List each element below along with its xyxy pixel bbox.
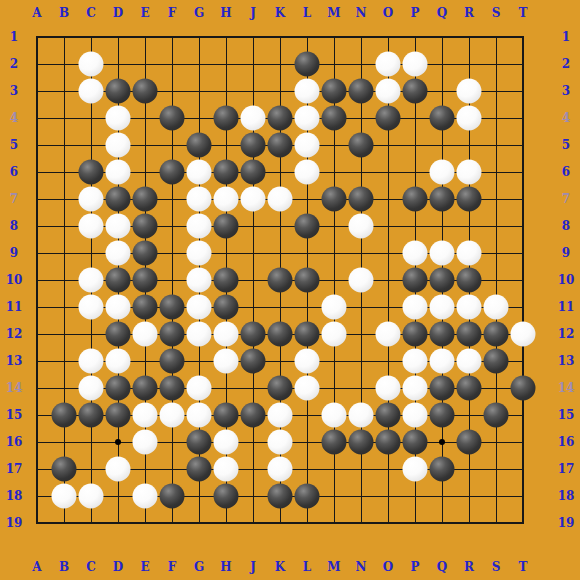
row-label-left-17: 17 (6, 463, 23, 475)
column-label-top-T: T (519, 7, 528, 19)
white-stone-Q6 (430, 160, 455, 185)
white-stone-J4 (241, 106, 266, 131)
black-stone-Q14 (430, 376, 455, 401)
white-stone-C8 (79, 214, 104, 239)
black-stone-C6 (79, 160, 104, 185)
black-stone-P10 (403, 268, 428, 293)
black-stone-R7 (457, 187, 482, 212)
row-label-left-11: 11 (6, 301, 23, 313)
black-stone-F18 (160, 484, 185, 509)
row-label-right-1: 1 (562, 31, 570, 43)
white-stone-P2 (403, 52, 428, 77)
white-stone-R6 (457, 160, 482, 185)
column-label-bottom-J: J (250, 561, 256, 573)
black-stone-P3 (403, 79, 428, 104)
black-stone-R14 (457, 376, 482, 401)
row-label-left-14: 14 (6, 382, 23, 394)
white-stone-G7 (187, 187, 212, 212)
white-stone-R13 (457, 349, 482, 374)
column-label-bottom-A: A (32, 561, 41, 573)
black-stone-R16 (457, 430, 482, 455)
black-stone-L10 (295, 268, 320, 293)
white-stone-J7 (241, 187, 266, 212)
white-stone-O3 (376, 79, 401, 104)
black-stone-O16 (376, 430, 401, 455)
black-stone-P16 (403, 430, 428, 455)
black-stone-R10 (457, 268, 482, 293)
white-stone-P13 (403, 349, 428, 374)
black-stone-F6 (160, 160, 185, 185)
black-stone-K18 (268, 484, 293, 509)
white-stone-K17 (268, 457, 293, 482)
black-stone-K10 (268, 268, 293, 293)
row-label-left-18: 18 (6, 490, 23, 502)
black-stone-R12 (457, 322, 482, 347)
white-stone-E15 (133, 403, 158, 428)
black-stone-L12 (295, 322, 320, 347)
black-stone-K14 (268, 376, 293, 401)
black-stone-H11 (214, 295, 239, 320)
black-stone-L18 (295, 484, 320, 509)
white-stone-E16 (133, 430, 158, 455)
black-stone-H18 (214, 484, 239, 509)
black-stone-K5 (268, 133, 293, 158)
white-stone-C7 (79, 187, 104, 212)
row-label-left-12: 12 (6, 328, 23, 340)
row-label-right-6: 6 (562, 166, 570, 178)
white-stone-D8 (106, 214, 131, 239)
row-label-right-8: 8 (562, 220, 570, 232)
black-stone-E11 (133, 295, 158, 320)
white-stone-N15 (349, 403, 374, 428)
column-label-bottom-C: C (86, 561, 96, 573)
white-stone-D17 (106, 457, 131, 482)
go-board[interactable]: AABBCCDDEEFFGGHHJJKKLLMMNNOOPPQQRRSSTT11… (0, 0, 580, 580)
column-label-bottom-M: M (327, 561, 340, 573)
white-stone-H16 (214, 430, 239, 455)
column-label-top-P: P (410, 7, 419, 19)
row-label-right-18: 18 (558, 490, 575, 502)
white-stone-L3 (295, 79, 320, 104)
white-stone-G11 (187, 295, 212, 320)
column-label-bottom-G: G (194, 561, 204, 573)
white-stone-L4 (295, 106, 320, 131)
black-stone-H6 (214, 160, 239, 185)
column-label-top-D: D (113, 7, 123, 19)
white-stone-G12 (187, 322, 212, 347)
black-stone-K12 (268, 322, 293, 347)
row-label-right-15: 15 (558, 409, 575, 421)
black-stone-Q15 (430, 403, 455, 428)
column-label-bottom-Q: Q (437, 561, 447, 573)
white-stone-D11 (106, 295, 131, 320)
column-label-top-A: A (32, 7, 41, 19)
black-stone-Q10 (430, 268, 455, 293)
row-label-right-17: 17 (558, 463, 575, 475)
white-stone-S11 (484, 295, 509, 320)
white-stone-P15 (403, 403, 428, 428)
black-stone-H4 (214, 106, 239, 131)
white-stone-O14 (376, 376, 401, 401)
row-label-right-2: 2 (562, 58, 570, 70)
black-stone-S13 (484, 349, 509, 374)
white-stone-G8 (187, 214, 212, 239)
row-label-left-10: 10 (6, 274, 23, 286)
white-stone-C3 (79, 79, 104, 104)
row-label-right-14: 14 (558, 382, 575, 394)
black-stone-N5 (349, 133, 374, 158)
black-stone-H15 (214, 403, 239, 428)
white-stone-H13 (214, 349, 239, 374)
white-stone-O2 (376, 52, 401, 77)
row-label-right-10: 10 (558, 274, 575, 286)
black-stone-L8 (295, 214, 320, 239)
row-label-left-16: 16 (6, 436, 23, 448)
row-label-right-7: 7 (562, 193, 570, 205)
white-stone-E18 (133, 484, 158, 509)
white-stone-P17 (403, 457, 428, 482)
black-stone-E14 (133, 376, 158, 401)
white-stone-K16 (268, 430, 293, 455)
white-stone-P9 (403, 241, 428, 266)
white-stone-Q9 (430, 241, 455, 266)
column-label-bottom-R: R (464, 561, 474, 573)
black-stone-G5 (187, 133, 212, 158)
column-label-bottom-N: N (356, 561, 367, 573)
black-stone-Q12 (430, 322, 455, 347)
white-stone-R3 (457, 79, 482, 104)
white-stone-P11 (403, 295, 428, 320)
white-stone-L6 (295, 160, 320, 185)
black-stone-F12 (160, 322, 185, 347)
white-stone-D9 (106, 241, 131, 266)
black-stone-H10 (214, 268, 239, 293)
column-label-top-E: E (140, 7, 149, 19)
black-stone-M4 (322, 106, 347, 131)
black-stone-M3 (322, 79, 347, 104)
column-label-bottom-K: K (275, 561, 285, 573)
row-label-left-15: 15 (6, 409, 23, 421)
hoshi-dot (115, 439, 121, 445)
black-stone-F4 (160, 106, 185, 131)
white-stone-N8 (349, 214, 374, 239)
column-label-bottom-O: O (383, 561, 393, 573)
white-stone-C2 (79, 52, 104, 77)
column-label-top-B: B (59, 7, 69, 19)
white-stone-C10 (79, 268, 104, 293)
black-stone-J6 (241, 160, 266, 185)
white-stone-G9 (187, 241, 212, 266)
black-stone-K4 (268, 106, 293, 131)
white-stone-Q11 (430, 295, 455, 320)
row-label-right-3: 3 (562, 85, 570, 97)
row-label-left-5: 5 (10, 139, 18, 151)
white-stone-M12 (322, 322, 347, 347)
white-stone-D13 (106, 349, 131, 374)
white-stone-K15 (268, 403, 293, 428)
column-label-top-C: C (86, 7, 96, 19)
column-label-bottom-S: S (492, 561, 501, 573)
row-label-left-2: 2 (10, 58, 18, 70)
black-stone-Q7 (430, 187, 455, 212)
black-stone-Q4 (430, 106, 455, 131)
white-stone-C18 (79, 484, 104, 509)
black-stone-B15 (52, 403, 77, 428)
white-stone-D5 (106, 133, 131, 158)
black-stone-H8 (214, 214, 239, 239)
white-stone-Q13 (430, 349, 455, 374)
row-label-left-13: 13 (6, 355, 23, 367)
black-stone-S15 (484, 403, 509, 428)
column-label-top-L: L (303, 7, 311, 19)
row-label-right-12: 12 (558, 328, 575, 340)
black-stone-P7 (403, 187, 428, 212)
black-stone-G17 (187, 457, 212, 482)
row-label-left-19: 19 (6, 517, 23, 529)
black-stone-O15 (376, 403, 401, 428)
white-stone-L14 (295, 376, 320, 401)
row-label-left-9: 9 (10, 247, 18, 259)
column-label-top-J: J (250, 7, 256, 19)
black-stone-E7 (133, 187, 158, 212)
column-label-top-S: S (492, 7, 501, 19)
white-stone-H7 (214, 187, 239, 212)
row-label-right-9: 9 (562, 247, 570, 259)
white-stone-G14 (187, 376, 212, 401)
black-stone-D7 (106, 187, 131, 212)
column-label-top-N: N (356, 7, 367, 19)
black-stone-L2 (295, 52, 320, 77)
column-label-bottom-L: L (303, 561, 311, 573)
black-stone-N3 (349, 79, 374, 104)
black-stone-D10 (106, 268, 131, 293)
black-stone-J15 (241, 403, 266, 428)
black-stone-F11 (160, 295, 185, 320)
column-label-top-O: O (383, 7, 393, 19)
black-stone-E10 (133, 268, 158, 293)
black-stone-Q17 (430, 457, 455, 482)
row-label-left-6: 6 (10, 166, 18, 178)
black-stone-M16 (322, 430, 347, 455)
white-stone-G15 (187, 403, 212, 428)
white-stone-M11 (322, 295, 347, 320)
white-stone-G10 (187, 268, 212, 293)
white-stone-P14 (403, 376, 428, 401)
white-stone-F15 (160, 403, 185, 428)
column-label-bottom-B: B (59, 561, 69, 573)
black-stone-D15 (106, 403, 131, 428)
column-label-bottom-D: D (113, 561, 123, 573)
white-stone-H17 (214, 457, 239, 482)
black-stone-P12 (403, 322, 428, 347)
white-stone-C11 (79, 295, 104, 320)
white-stone-C13 (79, 349, 104, 374)
black-stone-C15 (79, 403, 104, 428)
white-stone-E12 (133, 322, 158, 347)
white-stone-D6 (106, 160, 131, 185)
white-stone-R11 (457, 295, 482, 320)
white-stone-O12 (376, 322, 401, 347)
black-stone-M7 (322, 187, 347, 212)
white-stone-R4 (457, 106, 482, 131)
column-label-top-Q: Q (437, 7, 447, 19)
white-stone-L13 (295, 349, 320, 374)
black-stone-G16 (187, 430, 212, 455)
white-stone-K7 (268, 187, 293, 212)
row-label-left-1: 1 (10, 31, 18, 43)
white-stone-N10 (349, 268, 374, 293)
black-stone-B17 (52, 457, 77, 482)
white-stone-T12 (511, 322, 536, 347)
column-label-top-M: M (327, 7, 340, 19)
row-label-left-4: 4 (10, 112, 18, 124)
hoshi-dot (439, 439, 445, 445)
row-label-right-19: 19 (558, 517, 575, 529)
column-label-top-H: H (220, 7, 231, 19)
row-label-right-16: 16 (558, 436, 575, 448)
row-label-right-11: 11 (558, 301, 575, 313)
white-stone-D4 (106, 106, 131, 131)
row-label-right-4: 4 (562, 112, 570, 124)
column-label-bottom-F: F (168, 561, 177, 573)
black-stone-F14 (160, 376, 185, 401)
black-stone-D3 (106, 79, 131, 104)
black-stone-O4 (376, 106, 401, 131)
black-stone-F13 (160, 349, 185, 374)
black-stone-J13 (241, 349, 266, 374)
white-stone-R9 (457, 241, 482, 266)
column-label-top-G: G (194, 7, 204, 19)
row-label-right-5: 5 (562, 139, 570, 151)
black-stone-J12 (241, 322, 266, 347)
column-label-bottom-E: E (140, 561, 149, 573)
black-stone-E3 (133, 79, 158, 104)
black-stone-N16 (349, 430, 374, 455)
row-label-left-8: 8 (10, 220, 18, 232)
white-stone-H12 (214, 322, 239, 347)
grid-line-vertical (496, 37, 497, 523)
white-stone-B18 (52, 484, 77, 509)
row-label-left-3: 3 (10, 85, 18, 97)
black-stone-T14 (511, 376, 536, 401)
black-stone-J5 (241, 133, 266, 158)
black-stone-S12 (484, 322, 509, 347)
white-stone-L5 (295, 133, 320, 158)
white-stone-G6 (187, 160, 212, 185)
column-label-top-R: R (464, 7, 474, 19)
column-label-bottom-P: P (410, 561, 419, 573)
black-stone-E9 (133, 241, 158, 266)
row-label-right-13: 13 (558, 355, 575, 367)
black-stone-D12 (106, 322, 131, 347)
black-stone-E8 (133, 214, 158, 239)
black-stone-N7 (349, 187, 374, 212)
column-label-top-F: F (168, 7, 177, 19)
white-stone-M15 (322, 403, 347, 428)
column-label-bottom-H: H (220, 561, 231, 573)
white-stone-C14 (79, 376, 104, 401)
column-label-bottom-T: T (519, 561, 528, 573)
column-label-top-K: K (275, 7, 285, 19)
black-stone-D14 (106, 376, 131, 401)
row-label-left-7: 7 (10, 193, 18, 205)
